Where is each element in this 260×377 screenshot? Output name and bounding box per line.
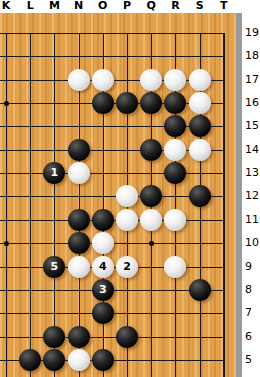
white-stone-O10 bbox=[92, 232, 114, 254]
row-label-6: 6 bbox=[245, 330, 260, 344]
white-stone-S14 bbox=[189, 139, 211, 161]
white-stone-Q11 bbox=[140, 209, 162, 231]
black-stone-Q14 bbox=[140, 139, 162, 161]
row-label-18: 18 bbox=[245, 49, 260, 63]
grid-line-col-K bbox=[6, 33, 7, 377]
row-label-5: 5 bbox=[245, 353, 260, 367]
white-stone-R14 bbox=[164, 139, 186, 161]
black-stone-M6 bbox=[43, 326, 65, 348]
column-label-K: K bbox=[0, 0, 14, 13]
row-label-8: 8 bbox=[245, 283, 260, 297]
black-stone-S15 bbox=[189, 115, 211, 137]
black-stone-N14 bbox=[68, 139, 90, 161]
row-label-13: 13 bbox=[245, 166, 260, 180]
black-stone-S12 bbox=[189, 185, 211, 207]
white-stone-R9 bbox=[164, 256, 186, 278]
grid-line-col-T bbox=[223, 33, 225, 377]
row-label-19: 19 bbox=[245, 26, 260, 40]
black-stone-O8-move-3: 3 bbox=[92, 279, 114, 301]
row-label-12: 12 bbox=[245, 189, 260, 203]
white-stone-N17 bbox=[68, 69, 90, 91]
grid-line-col-L bbox=[30, 33, 31, 377]
grid-line-row-18 bbox=[0, 56, 225, 57]
go-board-viewer: KLMNOPQRST 15423191817161514131211109876… bbox=[0, 0, 260, 377]
row-label-16: 16 bbox=[245, 96, 260, 110]
black-stone-O5 bbox=[92, 349, 114, 371]
grid-line-row-6 bbox=[0, 337, 225, 338]
white-stone-R17 bbox=[164, 69, 186, 91]
black-stone-N6 bbox=[68, 326, 90, 348]
column-label-O: O bbox=[95, 0, 111, 13]
row-label-17: 17 bbox=[245, 73, 260, 87]
grid-line-row-13 bbox=[0, 173, 225, 174]
black-stone-P16 bbox=[116, 92, 138, 114]
row-label-7: 7 bbox=[245, 306, 260, 320]
black-stone-O16 bbox=[92, 92, 114, 114]
black-stone-M9-move-5: 5 bbox=[43, 256, 65, 278]
white-stone-P9-move-2: 2 bbox=[116, 256, 138, 278]
black-stone-N10 bbox=[68, 232, 90, 254]
white-stone-N5 bbox=[68, 349, 90, 371]
column-label-S: S bbox=[192, 0, 208, 13]
black-stone-O7 bbox=[92, 302, 114, 324]
white-stone-N9 bbox=[68, 256, 90, 278]
white-stone-O9-move-4: 4 bbox=[92, 256, 114, 278]
white-stone-S17 bbox=[189, 69, 211, 91]
black-stone-S8 bbox=[189, 279, 211, 301]
white-stone-S16 bbox=[189, 92, 211, 114]
row-label-10: 10 bbox=[245, 236, 260, 250]
column-label-Q: Q bbox=[143, 0, 159, 13]
black-stone-O11 bbox=[92, 209, 114, 231]
white-stone-O17 bbox=[92, 69, 114, 91]
black-stone-N11 bbox=[68, 209, 90, 231]
column-label-T: T bbox=[216, 0, 232, 13]
black-stone-P6 bbox=[116, 326, 138, 348]
grid-line-row-19 bbox=[0, 33, 225, 34]
column-label-strip: KLMNOPQRST bbox=[0, 0, 260, 13]
column-label-M: M bbox=[46, 0, 62, 13]
black-stone-L5 bbox=[19, 349, 41, 371]
row-label-9: 9 bbox=[245, 260, 260, 274]
row-label-15: 15 bbox=[245, 119, 260, 133]
column-label-R: R bbox=[167, 0, 183, 13]
white-stone-N13 bbox=[68, 162, 90, 184]
row-label-11: 11 bbox=[245, 213, 260, 227]
white-stone-Q17 bbox=[140, 69, 162, 91]
row-label-14: 14 bbox=[245, 143, 260, 157]
column-label-P: P bbox=[119, 0, 135, 13]
column-label-L: L bbox=[22, 0, 38, 13]
white-stone-P11 bbox=[116, 209, 138, 231]
column-label-N: N bbox=[71, 0, 87, 13]
